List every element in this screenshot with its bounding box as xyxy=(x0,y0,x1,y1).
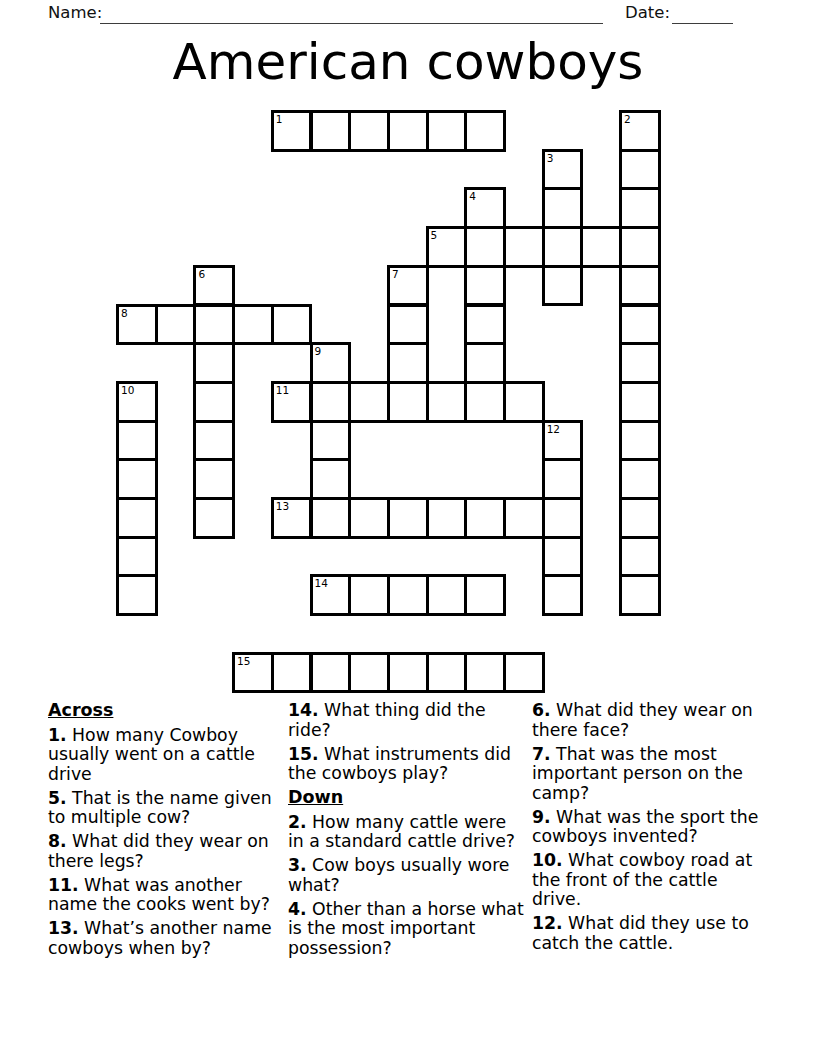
grid-cell-r7c13[interactable] xyxy=(619,381,661,423)
grid-cell-r12c13[interactable] xyxy=(619,574,661,616)
grid-cell-r6c7[interactable] xyxy=(387,342,429,384)
grid-cell-r6c9[interactable] xyxy=(464,342,506,384)
clue-number: 1. xyxy=(48,725,67,745)
grid-cell-r4c7[interactable]: 7 xyxy=(387,265,429,307)
grid-cell-r9c11[interactable] xyxy=(542,458,584,500)
across-clue-14: 14. What thing did the ride? xyxy=(288,701,526,740)
grid-cell-r3c11[interactable] xyxy=(542,226,584,268)
grid-cell-r12c5[interactable]: 14 xyxy=(310,574,352,616)
grid-cell-r14c9[interactable] xyxy=(464,652,506,694)
cell-number-12: 12 xyxy=(547,423,560,435)
clue-column-2: 14. What thing did the ride?15. What ins… xyxy=(288,701,526,963)
across-clue-13: 13. What’s another name cowboys when by? xyxy=(48,919,280,958)
grid-cell-r3c9[interactable] xyxy=(464,226,506,268)
across-clue-15: 15. What instruments did the cowboys pla… xyxy=(288,745,526,784)
grid-cell-r12c0[interactable] xyxy=(116,574,158,616)
grid-cell-r3c10[interactable] xyxy=(503,226,545,268)
name-label: Name: xyxy=(48,3,102,22)
grid-cell-r11c13[interactable] xyxy=(619,536,661,578)
clue-number: 4. xyxy=(288,899,307,919)
grid-cell-r12c8[interactable] xyxy=(426,574,468,616)
grid-cell-r7c0[interactable]: 10 xyxy=(116,381,158,423)
grid-cell-r12c9[interactable] xyxy=(464,574,506,616)
clue-number: 14. xyxy=(288,700,319,720)
grid-cell-r14c10[interactable] xyxy=(503,652,545,694)
clue-number: 9. xyxy=(532,807,551,827)
cell-number-9: 9 xyxy=(315,345,322,357)
grid-cell-r7c2[interactable] xyxy=(193,381,235,423)
down-clue-10: 10. What cowboy road at the front of the… xyxy=(532,851,762,910)
cell-number-4: 4 xyxy=(469,190,476,202)
cell-number-14: 14 xyxy=(315,577,328,589)
worksheet-page: Name: Date: American cowboys 12345678910… xyxy=(0,0,816,1056)
grid-cell-r5c3[interactable] xyxy=(232,304,274,346)
cell-number-6: 6 xyxy=(198,268,205,280)
grid-cell-r9c0[interactable] xyxy=(116,458,158,500)
across-clue-8: 8. What did they wear on there legs? xyxy=(48,832,280,871)
grid-cell-r0c7[interactable] xyxy=(387,110,429,152)
grid-cell-r5c7[interactable] xyxy=(387,304,429,346)
grid-cell-r14c5[interactable] xyxy=(310,652,352,694)
cell-number-13: 13 xyxy=(276,500,289,512)
grid-cell-r14c8[interactable] xyxy=(426,652,468,694)
grid-cell-r4c13[interactable] xyxy=(619,265,661,307)
grid-cell-r10c9[interactable] xyxy=(464,497,506,539)
grid-cell-r2c9[interactable]: 4 xyxy=(464,187,506,229)
grid-cell-r10c11[interactable] xyxy=(542,497,584,539)
grid-cell-r3c12[interactable] xyxy=(580,226,622,268)
grid-cell-r12c6[interactable] xyxy=(348,574,390,616)
grid-cell-r7c8[interactable] xyxy=(426,381,468,423)
clue-number: 6. xyxy=(532,700,551,720)
down-clue-12: 12. What did they use to catch the cattl… xyxy=(532,914,762,953)
grid-cell-r0c6[interactable] xyxy=(348,110,390,152)
clue-column-3: 6. What did they wear on there face?7. T… xyxy=(532,701,762,958)
grid-cell-r5c4[interactable] xyxy=(271,304,313,346)
down-clue-4: 4. Other than a horse what is the most i… xyxy=(288,900,526,959)
grid-cell-r0c9[interactable] xyxy=(464,110,506,152)
grid-cell-r10c7[interactable] xyxy=(387,497,429,539)
clue-number: 15. xyxy=(288,744,319,764)
crossword-grid: 123456789101112131415 xyxy=(116,110,662,695)
grid-cell-r3c8[interactable]: 5 xyxy=(426,226,468,268)
cell-number-2: 2 xyxy=(624,113,631,125)
name-blank-line[interactable] xyxy=(100,3,603,24)
grid-cell-r10c8[interactable] xyxy=(426,497,468,539)
grid-cell-r4c2[interactable]: 6 xyxy=(193,265,235,307)
grid-cell-r10c13[interactable] xyxy=(619,497,661,539)
cell-number-11: 11 xyxy=(276,384,289,396)
grid-cell-r5c13[interactable] xyxy=(619,304,661,346)
grid-cell-r8c11[interactable]: 12 xyxy=(542,420,584,462)
grid-cell-r8c2[interactable] xyxy=(193,420,235,462)
clue-number: 2. xyxy=(288,812,307,832)
down-header: Down xyxy=(288,788,526,808)
grid-cell-r3c13[interactable] xyxy=(619,226,661,268)
clue-number: 12. xyxy=(532,913,563,933)
clue-column-1: Across1. How many Cowboy usually went on… xyxy=(48,701,280,963)
grid-cell-r5c1[interactable] xyxy=(155,304,197,346)
grid-cell-r5c0[interactable]: 8 xyxy=(116,304,158,346)
grid-cell-r8c0[interactable] xyxy=(116,420,158,462)
grid-cell-r1c13[interactable] xyxy=(619,149,661,191)
grid-cell-r11c11[interactable] xyxy=(542,536,584,578)
grid-cell-r7c9[interactable] xyxy=(464,381,506,423)
grid-cell-r5c2[interactable] xyxy=(193,304,235,346)
grid-cell-r14c7[interactable] xyxy=(387,652,429,694)
grid-cell-r10c5[interactable] xyxy=(310,497,352,539)
grid-cell-r2c13[interactable] xyxy=(619,187,661,229)
date-blank-line[interactable] xyxy=(672,3,733,24)
cell-number-5: 5 xyxy=(431,229,438,241)
grid-cell-r14c3[interactable]: 15 xyxy=(232,652,274,694)
puzzle-title: American cowboys xyxy=(0,33,816,91)
grid-cell-r14c4[interactable] xyxy=(271,652,313,694)
grid-cell-r7c7[interactable] xyxy=(387,381,429,423)
date-label: Date: xyxy=(625,3,670,22)
grid-cell-r11c0[interactable] xyxy=(116,536,158,578)
grid-cell-r6c13[interactable] xyxy=(619,342,661,384)
clue-number: 5. xyxy=(48,788,67,808)
clue-number: 13. xyxy=(48,918,79,938)
grid-cell-r14c6[interactable] xyxy=(348,652,390,694)
grid-cell-r0c8[interactable] xyxy=(426,110,468,152)
grid-cell-r10c6[interactable] xyxy=(348,497,390,539)
grid-cell-r8c13[interactable] xyxy=(619,420,661,462)
down-clue-6: 6. What did they wear on there face? xyxy=(532,701,762,740)
cell-number-8: 8 xyxy=(121,307,128,319)
cell-number-15: 15 xyxy=(237,655,250,667)
grid-cell-r4c9[interactable] xyxy=(464,265,506,307)
grid-cell-r9c13[interactable] xyxy=(619,458,661,500)
clue-number: 8. xyxy=(48,831,67,851)
grid-cell-r12c7[interactable] xyxy=(387,574,429,616)
across-clue-5: 5. That is the name given to multiple co… xyxy=(48,789,280,828)
clue-number: 11. xyxy=(48,875,79,895)
down-clue-7: 7. That was the most important person on… xyxy=(532,745,762,804)
grid-cell-r7c4[interactable]: 11 xyxy=(271,381,313,423)
grid-cell-r7c10[interactable] xyxy=(503,381,545,423)
grid-cell-r0c5[interactable] xyxy=(310,110,352,152)
grid-cell-r8c5[interactable] xyxy=(310,420,352,462)
grid-cell-r10c4[interactable]: 13 xyxy=(271,497,313,539)
grid-cell-r0c13[interactable]: 2 xyxy=(619,110,661,152)
cell-number-3: 3 xyxy=(547,152,554,164)
down-clue-3: 3. Cow boys usually wore what? xyxy=(288,856,526,895)
grid-cell-r10c2[interactable] xyxy=(193,497,235,539)
cell-number-10: 10 xyxy=(121,384,134,396)
grid-cell-r7c6[interactable] xyxy=(348,381,390,423)
grid-cell-r2c11[interactable] xyxy=(542,187,584,229)
down-clue-2: 2. How many cattle were in a standard ca… xyxy=(288,813,526,852)
across-header: Across xyxy=(48,701,280,721)
clue-number: 3. xyxy=(288,855,307,875)
grid-cell-r4c11[interactable] xyxy=(542,265,584,307)
cell-number-7: 7 xyxy=(392,268,399,280)
cell-number-1: 1 xyxy=(276,113,283,125)
grid-cell-r10c0[interactable] xyxy=(116,497,158,539)
grid-cell-r7c5[interactable] xyxy=(310,381,352,423)
clue-number: 10. xyxy=(532,850,563,870)
grid-cell-r6c5[interactable]: 9 xyxy=(310,342,352,384)
clue-number: 7. xyxy=(532,744,551,764)
grid-cell-r9c5[interactable] xyxy=(310,458,352,500)
grid-cell-r6c2[interactable] xyxy=(193,342,235,384)
grid-cell-r12c11[interactable] xyxy=(542,574,584,616)
grid-cell-r5c9[interactable] xyxy=(464,304,506,346)
across-clue-11: 11. What was another name the cooks went… xyxy=(48,876,280,915)
grid-cell-r1c11[interactable]: 3 xyxy=(542,149,584,191)
down-clue-9: 9. What was the sport the cowboys invent… xyxy=(532,808,762,847)
grid-cell-r9c2[interactable] xyxy=(193,458,235,500)
grid-cell-r10c10[interactable] xyxy=(503,497,545,539)
across-clue-1: 1. How many Cowboy usually went on a cat… xyxy=(48,726,280,785)
grid-cell-r0c4[interactable]: 1 xyxy=(271,110,313,152)
